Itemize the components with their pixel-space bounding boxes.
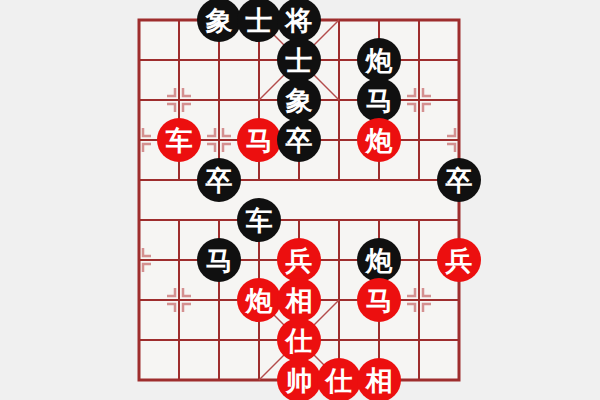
red-general-piece[interactable]: 帅 <box>277 358 321 400</box>
red-horse-piece[interactable]: 马 <box>357 278 401 322</box>
black-soldier-piece[interactable]: 卒 <box>197 158 241 202</box>
black-general-piece[interactable]: 将 <box>277 0 321 42</box>
red-advisor-piece[interactable]: 仕 <box>277 318 321 362</box>
black-soldier-piece[interactable]: 卒 <box>437 158 481 202</box>
xiangqi-board[interactable]: 象士将士炮象马车马卒炮卒卒车马兵炮兵炮相马仕帅仕相 <box>119 0 479 400</box>
red-elephant-piece[interactable]: 相 <box>277 278 321 322</box>
black-cannon-piece[interactable]: 炮 <box>357 238 401 282</box>
black-horse-piece[interactable]: 马 <box>357 78 401 122</box>
red-chariot-piece[interactable]: 车 <box>157 118 201 162</box>
red-cannon-piece[interactable]: 炮 <box>357 118 401 162</box>
black-horse-piece[interactable]: 马 <box>197 238 241 282</box>
red-elephant-piece[interactable]: 相 <box>357 358 401 400</box>
red-cannon-piece[interactable]: 炮 <box>237 278 281 322</box>
red-advisor-piece[interactable]: 仕 <box>317 358 361 400</box>
black-chariot-piece[interactable]: 车 <box>237 198 281 242</box>
red-horse-piece[interactable]: 马 <box>237 118 281 162</box>
black-advisor-piece[interactable]: 士 <box>277 38 321 82</box>
black-soldier-piece[interactable]: 卒 <box>277 118 321 162</box>
black-elephant-piece[interactable]: 象 <box>277 78 321 122</box>
black-advisor-piece[interactable]: 士 <box>237 0 281 42</box>
red-soldier-piece[interactable]: 兵 <box>277 238 321 282</box>
black-elephant-piece[interactable]: 象 <box>197 0 241 42</box>
xiangqi-app: 象士将士炮象马车马卒炮卒卒车马兵炮兵炮相马仕帅仕相 <box>0 0 600 400</box>
black-cannon-piece[interactable]: 炮 <box>357 38 401 82</box>
red-soldier-piece[interactable]: 兵 <box>437 238 481 282</box>
